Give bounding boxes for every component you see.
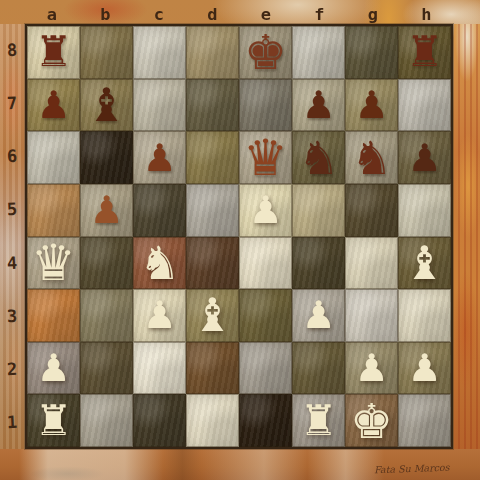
square-f2[interactable] [292,342,345,395]
square-g2[interactable]: ♟ [345,342,398,395]
square-h1[interactable] [398,394,451,447]
square-c8[interactable] [133,26,186,79]
black-pawn-h6[interactable]: ♟ [407,139,441,177]
square-c5[interactable] [133,184,186,237]
file-label-h: h [400,7,454,23]
square-b8[interactable] [80,26,133,79]
square-e4[interactable] [239,237,292,290]
white-rook-a1[interactable]: ♜ [35,400,73,442]
square-b6[interactable] [80,131,133,184]
square-e6[interactable]: ♛ [239,131,292,184]
white-rook-f1[interactable]: ♜ [300,400,338,442]
square-a2[interactable]: ♟ [27,342,80,395]
square-a5[interactable] [27,184,80,237]
square-b2[interactable] [80,342,133,395]
square-b4[interactable] [80,237,133,290]
square-a6[interactable] [27,131,80,184]
chess-board: ♜♚♜♟♝♟♟♟♛♞♞♟♟♟♛♞♝♟♝♟♟♟♟♜♜♚ [25,24,453,449]
rank-label-4: 4 [1,254,24,272]
black-pawn-f7[interactable]: ♟ [301,86,335,124]
white-pawn-c3[interactable]: ♟ [142,296,176,334]
black-pawn-b5[interactable]: ♟ [89,191,123,229]
square-b5[interactable]: ♟ [80,184,133,237]
frame-right [454,24,480,449]
file-labels: abcdefgh [25,1,453,23]
square-f1[interactable]: ♜ [292,394,345,447]
rank-label-2: 2 [1,360,24,378]
white-pawn-a2[interactable]: ♟ [36,349,70,387]
file-label-b: b [79,7,133,23]
square-c2[interactable] [133,342,186,395]
rank-label-5: 5 [1,201,24,219]
square-d4[interactable] [186,237,239,290]
white-queen-a4[interactable]: ♛ [31,238,76,288]
square-a8[interactable]: ♜ [27,26,80,79]
square-d7[interactable] [186,79,239,132]
white-knight-c4[interactable]: ♞ [139,240,180,286]
square-f3[interactable]: ♟ [292,289,345,342]
white-pawn-g2[interactable]: ♟ [354,349,388,387]
square-g6[interactable]: ♞ [345,131,398,184]
rank-label-1: 1 [1,413,24,431]
square-g8[interactable] [345,26,398,79]
black-queen-e6[interactable]: ♛ [243,133,288,183]
square-e8[interactable]: ♚ [239,26,292,79]
square-b7[interactable]: ♝ [80,79,133,132]
square-h3[interactable] [398,289,451,342]
file-label-g: g [346,7,400,23]
square-g1[interactable]: ♚ [345,394,398,447]
square-a7[interactable]: ♟ [27,79,80,132]
file-label-a: a [25,7,79,23]
square-a4[interactable]: ♛ [27,237,80,290]
square-d8[interactable] [186,26,239,79]
square-h5[interactable] [398,184,451,237]
square-e7[interactable] [239,79,292,132]
rank-label-8: 8 [1,41,24,59]
square-b1[interactable] [80,394,133,447]
square-g3[interactable] [345,289,398,342]
rank-label-3: 3 [1,307,24,325]
rank-label-7: 7 [1,95,24,113]
black-king-e8[interactable]: ♚ [244,28,287,76]
square-c7[interactable] [133,79,186,132]
black-knight-f6[interactable]: ♞ [298,135,339,181]
square-c6[interactable]: ♟ [133,131,186,184]
square-f8[interactable] [292,26,345,79]
square-e3[interactable] [239,289,292,342]
square-e1[interactable] [239,394,292,447]
square-b3[interactable] [80,289,133,342]
chess-artwork: abcdefgh 87654321 ♜♚♜♟♝♟♟♟♛♞♞♟♟♟♛♞♝♟♝♟♟♟… [0,0,480,480]
black-rook-h8[interactable]: ♜ [406,31,444,73]
square-g5[interactable] [345,184,398,237]
square-d3[interactable]: ♝ [186,289,239,342]
square-f6[interactable]: ♞ [292,131,345,184]
square-h8[interactable]: ♜ [398,26,451,79]
square-c3[interactable]: ♟ [133,289,186,342]
square-e5[interactable]: ♟ [239,184,292,237]
white-pawn-f3[interactable]: ♟ [301,296,335,334]
square-c4[interactable]: ♞ [133,237,186,290]
file-label-f: f [293,7,347,23]
white-pawn-h2[interactable]: ♟ [407,349,441,387]
file-label-d: d [186,7,240,23]
file-label-c: c [132,7,186,23]
square-d1[interactable] [186,394,239,447]
white-king-g1[interactable]: ♚ [350,397,393,445]
black-pawn-g7[interactable]: ♟ [354,86,388,124]
square-a1[interactable]: ♜ [27,394,80,447]
square-f7[interactable]: ♟ [292,79,345,132]
black-knight-g6[interactable]: ♞ [351,135,392,181]
square-d2[interactable] [186,342,239,395]
square-h4[interactable]: ♝ [398,237,451,290]
file-label-e: e [239,7,293,23]
square-h2[interactable]: ♟ [398,342,451,395]
square-g4[interactable] [345,237,398,290]
black-rook-a8[interactable]: ♜ [35,31,73,73]
square-c1[interactable] [133,394,186,447]
white-bishop-d3[interactable]: ♝ [192,292,233,338]
black-bishop-b7[interactable]: ♝ [86,82,127,128]
white-pawn-e5[interactable]: ♟ [248,191,282,229]
square-h7[interactable] [398,79,451,132]
black-pawn-c6[interactable]: ♟ [142,139,176,177]
square-d6[interactable] [186,131,239,184]
square-g7[interactable]: ♟ [345,79,398,132]
rank-label-6: 6 [1,148,24,166]
square-f5[interactable] [292,184,345,237]
black-pawn-a7[interactable]: ♟ [36,86,70,124]
rank-labels: 87654321 [1,24,23,449]
square-a3[interactable] [27,289,80,342]
artist-signature: Fata Su Marcos [374,462,450,476]
square-h6[interactable]: ♟ [398,131,451,184]
square-f4[interactable] [292,237,345,290]
square-d5[interactable] [186,184,239,237]
white-bishop-h4[interactable]: ♝ [404,240,445,286]
square-e2[interactable] [239,342,292,395]
